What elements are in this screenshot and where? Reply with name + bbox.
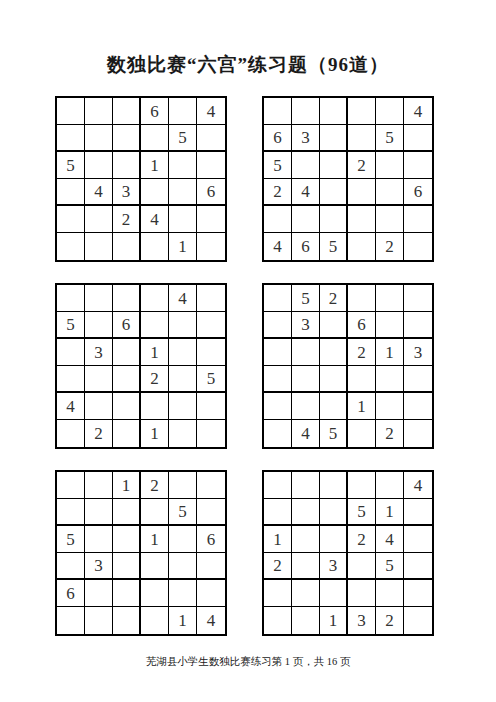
cell-r1c3: 2 <box>320 285 348 312</box>
cell-r1c3 <box>113 98 141 125</box>
cell-r5c4 <box>141 393 169 420</box>
cell-r6c5: 1 <box>169 607 197 634</box>
cell-r2c1 <box>57 499 85 526</box>
sudoku-grid-2: 4635522464652 <box>262 96 434 262</box>
cell-r4c4 <box>348 553 376 580</box>
cell-r4c2 <box>292 553 320 580</box>
cell-r5c3 <box>113 580 141 607</box>
cell-r3c6 <box>404 526 432 553</box>
cell-r5c6 <box>197 206 225 233</box>
cell-r4c3: 3 <box>320 553 348 580</box>
cell-r3c5 <box>169 526 197 553</box>
cell-r3c2 <box>292 152 320 179</box>
cell-r4c3 <box>113 366 141 393</box>
cell-r6c3 <box>113 233 141 260</box>
cell-r5c2 <box>292 580 320 607</box>
cell-r2c4 <box>141 499 169 526</box>
cell-r2c3: 6 <box>113 312 141 339</box>
cell-r3c2: 3 <box>85 339 113 366</box>
cell-r2c3 <box>320 125 348 152</box>
cell-r3c1 <box>57 339 85 366</box>
cell-r6c4: 1 <box>141 420 169 447</box>
cell-r1c2 <box>85 98 113 125</box>
cell-r6c5: 2 <box>376 233 404 260</box>
cell-r5c5 <box>376 393 404 420</box>
cell-r1c5 <box>376 285 404 312</box>
cell-r1c1 <box>264 98 292 125</box>
cell-r2c3 <box>320 312 348 339</box>
cell-r6c2: 4 <box>292 420 320 447</box>
cell-r5c3 <box>320 206 348 233</box>
cell-r3c4: 2 <box>348 526 376 553</box>
cell-r1c2: 5 <box>292 285 320 312</box>
cell-r2c4 <box>348 125 376 152</box>
cell-r1c4 <box>348 285 376 312</box>
cell-r1c4: 2 <box>141 472 169 499</box>
cell-r4c4 <box>141 553 169 580</box>
cell-r1c2 <box>85 285 113 312</box>
cell-r1c1 <box>264 285 292 312</box>
cell-r6c5: 2 <box>376 420 404 447</box>
cell-r3c4: 2 <box>348 152 376 179</box>
cell-r3c3 <box>113 526 141 553</box>
cell-r4c1 <box>264 366 292 393</box>
cell-r3c2 <box>85 526 113 553</box>
cell-r2c2 <box>292 499 320 526</box>
cell-r5c3: 2 <box>113 206 141 233</box>
cell-r2c1: 5 <box>57 312 85 339</box>
cell-r3c3 <box>320 152 348 179</box>
cell-r6c2: 2 <box>85 420 113 447</box>
cell-r6c4 <box>141 233 169 260</box>
cell-r1c2 <box>292 98 320 125</box>
cell-r2c6 <box>197 499 225 526</box>
cell-r4c1 <box>57 553 85 580</box>
cell-r6c6 <box>197 233 225 260</box>
cell-r2c5: 5 <box>169 125 197 152</box>
cell-r6c4: 3 <box>348 607 376 634</box>
cell-r2c4: 5 <box>348 499 376 526</box>
cell-r4c2 <box>292 366 320 393</box>
cell-r6c3: 5 <box>320 233 348 260</box>
cell-r2c2 <box>85 312 113 339</box>
cell-r3c1: 5 <box>57 152 85 179</box>
cell-r5c5 <box>169 580 197 607</box>
cell-r5c4: 4 <box>141 206 169 233</box>
cell-r3c4: 2 <box>348 339 376 366</box>
cell-r2c4 <box>141 125 169 152</box>
cell-r5c5 <box>169 393 197 420</box>
cell-r6c6 <box>197 420 225 447</box>
cell-r4c6 <box>404 553 432 580</box>
cell-r5c4 <box>348 580 376 607</box>
cell-r4c2: 4 <box>85 179 113 206</box>
cell-r1c1 <box>57 285 85 312</box>
cell-r4c2: 4 <box>292 179 320 206</box>
cell-r1c1 <box>264 472 292 499</box>
cell-r4c6 <box>404 366 432 393</box>
cell-r3c4: 1 <box>141 339 169 366</box>
cell-r2c5: 5 <box>376 125 404 152</box>
cell-r2c2 <box>85 125 113 152</box>
cell-r4c3 <box>113 553 141 580</box>
cell-r4c1 <box>57 179 85 206</box>
page-footer: 芜湖县小学生数独比赛练习第 1 页，共 16 页 <box>0 655 496 669</box>
cell-r5c6 <box>404 580 432 607</box>
cell-r1c5 <box>376 472 404 499</box>
cell-r2c4 <box>141 312 169 339</box>
cell-r6c1 <box>57 420 85 447</box>
cell-r3c5 <box>376 152 404 179</box>
cell-r4c3: 3 <box>113 179 141 206</box>
cell-r5c3 <box>320 580 348 607</box>
cell-r6c2 <box>85 607 113 634</box>
cell-r1c4 <box>348 98 376 125</box>
cell-r4c4 <box>348 179 376 206</box>
cell-r3c1 <box>264 339 292 366</box>
cell-r2c3 <box>113 125 141 152</box>
cell-r4c4 <box>141 179 169 206</box>
sudoku-grid-6: 451124235132 <box>262 470 434 636</box>
cell-r4c1: 2 <box>264 553 292 580</box>
cell-r6c2 <box>85 233 113 260</box>
cell-r4c5: 5 <box>376 553 404 580</box>
cell-r2c5: 1 <box>376 499 404 526</box>
cell-r4c4 <box>348 366 376 393</box>
cell-r1c5 <box>169 472 197 499</box>
cell-r5c5 <box>376 206 404 233</box>
cell-r3c6 <box>404 152 432 179</box>
cell-r5c5 <box>376 580 404 607</box>
cell-r5c1 <box>57 206 85 233</box>
cell-r6c1 <box>57 607 85 634</box>
cell-r1c6: 4 <box>404 98 432 125</box>
cell-r2c6 <box>404 312 432 339</box>
sudoku-grid-1: 64551436241 <box>55 96 227 262</box>
cell-r1c6: 4 <box>197 98 225 125</box>
cell-r6c4 <box>348 420 376 447</box>
cell-r1c3 <box>320 98 348 125</box>
cell-r3c4: 1 <box>141 526 169 553</box>
page-title: 数独比赛“六宫”练习题（96道） <box>0 52 496 78</box>
cell-r4c6: 6 <box>197 179 225 206</box>
cell-r6c5 <box>169 420 197 447</box>
cell-r5c5 <box>169 206 197 233</box>
cell-r1c4: 6 <box>141 98 169 125</box>
cell-r6c4 <box>348 233 376 260</box>
cell-r5c2 <box>292 206 320 233</box>
cell-r3c6: 3 <box>404 339 432 366</box>
cell-r6c6 <box>404 420 432 447</box>
cell-r2c2: 3 <box>292 125 320 152</box>
cell-r6c3: 1 <box>320 607 348 634</box>
cell-r3c2 <box>292 526 320 553</box>
cell-r1c3 <box>320 472 348 499</box>
cell-r5c2 <box>85 580 113 607</box>
cell-r5c3 <box>320 393 348 420</box>
cell-r5c6 <box>197 580 225 607</box>
cell-r2c6 <box>197 312 225 339</box>
cell-r5c2 <box>85 393 113 420</box>
cell-r4c5 <box>169 553 197 580</box>
cell-r4c6: 5 <box>197 366 225 393</box>
cell-r3c1: 1 <box>264 526 292 553</box>
cell-r4c1 <box>57 366 85 393</box>
cell-r6c1 <box>264 420 292 447</box>
cell-r3c6: 6 <box>197 526 225 553</box>
cell-r1c2 <box>292 472 320 499</box>
cell-r3c5: 1 <box>376 339 404 366</box>
cell-r1c5 <box>169 98 197 125</box>
cell-r2c6 <box>404 499 432 526</box>
cell-r5c4 <box>348 206 376 233</box>
cell-r1c4 <box>141 285 169 312</box>
cell-r6c3 <box>113 420 141 447</box>
sudoku-grid-3: 4563125421 <box>55 283 227 449</box>
cell-r1c1 <box>57 98 85 125</box>
cell-r5c1: 4 <box>57 393 85 420</box>
cell-r4c5 <box>169 366 197 393</box>
cell-r3c3 <box>113 152 141 179</box>
cell-r2c1 <box>264 312 292 339</box>
cell-r4c3 <box>320 366 348 393</box>
cell-r3c2 <box>292 339 320 366</box>
cell-r4c2 <box>85 366 113 393</box>
cell-r5c2 <box>85 206 113 233</box>
cell-r2c2 <box>85 499 113 526</box>
cell-r2c3 <box>320 499 348 526</box>
cell-r4c6 <box>197 553 225 580</box>
cell-r3c3 <box>320 526 348 553</box>
cell-r3c3 <box>320 339 348 366</box>
cell-r4c4: 2 <box>141 366 169 393</box>
cell-r1c6 <box>197 472 225 499</box>
cell-r6c1 <box>57 233 85 260</box>
cell-r5c1: 6 <box>57 580 85 607</box>
cell-r2c6 <box>197 125 225 152</box>
cell-r6c3: 5 <box>320 420 348 447</box>
cell-r1c6 <box>404 285 432 312</box>
cell-r5c1 <box>264 580 292 607</box>
cell-r5c1 <box>264 206 292 233</box>
cell-r6c2: 6 <box>292 233 320 260</box>
cell-r2c5 <box>376 312 404 339</box>
cell-r5c6 <box>404 206 432 233</box>
cell-r1c5: 4 <box>169 285 197 312</box>
cell-r1c5 <box>376 98 404 125</box>
cell-r6c5: 2 <box>376 607 404 634</box>
cell-r5c6 <box>197 393 225 420</box>
cell-r2c5: 5 <box>169 499 197 526</box>
cell-r3c5 <box>169 339 197 366</box>
cell-r2c3 <box>113 499 141 526</box>
cell-r4c5 <box>376 366 404 393</box>
cell-r5c4: 1 <box>348 393 376 420</box>
cell-r4c1: 2 <box>264 179 292 206</box>
cell-r3c1: 5 <box>57 526 85 553</box>
cell-r2c6 <box>404 125 432 152</box>
puzzle-grid-container: 64551436241 4635522464652 4563125421 523… <box>55 96 434 636</box>
cell-r4c5 <box>376 179 404 206</box>
worksheet-page: 数独比赛“六宫”练习题（96道） 64551436241 46355224646… <box>0 0 496 702</box>
cell-r2c4: 6 <box>348 312 376 339</box>
cell-r2c1: 6 <box>264 125 292 152</box>
cell-r5c4 <box>141 580 169 607</box>
cell-r6c1 <box>264 607 292 634</box>
cell-r3c1: 5 <box>264 152 292 179</box>
cell-r2c1 <box>264 499 292 526</box>
cell-r5c2 <box>292 393 320 420</box>
cell-r4c6: 6 <box>404 179 432 206</box>
cell-r4c5 <box>169 179 197 206</box>
cell-r3c6 <box>197 339 225 366</box>
cell-r1c3: 1 <box>113 472 141 499</box>
cell-r1c3 <box>113 285 141 312</box>
cell-r5c6 <box>404 393 432 420</box>
cell-r6c5: 1 <box>169 233 197 260</box>
cell-r3c4: 1 <box>141 152 169 179</box>
cell-r1c4 <box>348 472 376 499</box>
sudoku-grid-5: 1255163614 <box>55 470 227 636</box>
cell-r3c5: 4 <box>376 526 404 553</box>
cell-r6c6: 4 <box>197 607 225 634</box>
cell-r6c6 <box>404 607 432 634</box>
cell-r6c6 <box>404 233 432 260</box>
cell-r6c1: 4 <box>264 233 292 260</box>
sudoku-grid-4: 52362131452 <box>262 283 434 449</box>
cell-r6c2 <box>292 607 320 634</box>
cell-r1c1 <box>57 472 85 499</box>
cell-r6c4 <box>141 607 169 634</box>
cell-r1c6: 4 <box>404 472 432 499</box>
cell-r4c2: 3 <box>85 553 113 580</box>
cell-r3c5 <box>169 152 197 179</box>
cell-r3c2 <box>85 152 113 179</box>
cell-r2c1 <box>57 125 85 152</box>
cell-r6c3 <box>113 607 141 634</box>
cell-r4c3 <box>320 179 348 206</box>
cell-r1c2 <box>85 472 113 499</box>
cell-r2c5 <box>169 312 197 339</box>
cell-r5c3 <box>113 393 141 420</box>
cell-r2c2: 3 <box>292 312 320 339</box>
cell-r3c6 <box>197 152 225 179</box>
cell-r5c1 <box>264 393 292 420</box>
cell-r3c3 <box>113 339 141 366</box>
cell-r1c6 <box>197 285 225 312</box>
